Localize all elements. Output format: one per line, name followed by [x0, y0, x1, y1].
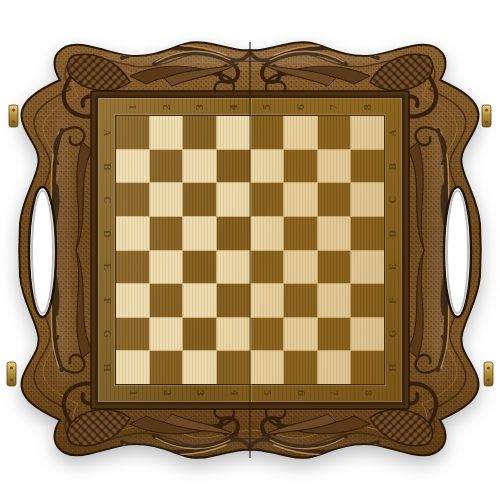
- square-H6: [284, 351, 317, 384]
- rank-labels-left: ABCDEFGH: [98, 116, 116, 384]
- square-A7: [318, 116, 351, 149]
- square-B8: [351, 150, 384, 183]
- square-B3: [183, 150, 216, 183]
- square-H2: [150, 351, 183, 384]
- square-G7: [318, 318, 351, 351]
- square-F5: [251, 284, 284, 317]
- brass-latch-right-lower: [484, 362, 493, 386]
- square-D8: [351, 217, 384, 250]
- square-C6: [284, 183, 317, 216]
- square-E7: [318, 251, 351, 284]
- square-H8: [351, 351, 384, 384]
- squares-grid: [116, 116, 384, 384]
- brass-latch-left-upper: [9, 105, 18, 127]
- square-A6: [284, 116, 317, 149]
- square-A4: [217, 116, 250, 149]
- square-C5: [251, 183, 284, 216]
- square-E3: [183, 251, 216, 284]
- square-C8: [351, 183, 384, 216]
- square-C7: [318, 183, 351, 216]
- square-A5: [251, 116, 284, 149]
- square-H5: [251, 351, 284, 384]
- square-G3: [183, 318, 216, 351]
- square-G5: [251, 318, 284, 351]
- square-E8: [351, 251, 384, 284]
- rank-labels-right: ABCDEFGH: [384, 116, 402, 384]
- square-B5: [251, 150, 284, 183]
- square-F6: [284, 284, 317, 317]
- product-photo: 12345678 12345678 ABCDEFGH ABCDEFGH: [0, 0, 500, 500]
- right-handle-cutout: [444, 187, 471, 317]
- square-A1: [116, 116, 149, 149]
- square-D6: [284, 217, 317, 250]
- square-D4: [217, 217, 250, 250]
- square-A8: [351, 116, 384, 149]
- square-D5: [251, 217, 284, 250]
- square-A3: [183, 116, 216, 149]
- square-D2: [150, 217, 183, 250]
- square-G4: [217, 318, 250, 351]
- square-B2: [150, 150, 183, 183]
- square-E1: [116, 251, 149, 284]
- chess-board: 12345678 12345678 ABCDEFGH ABCDEFGH: [97, 97, 403, 403]
- square-D1: [116, 217, 149, 250]
- left-handle-cutout: [29, 187, 56, 317]
- square-C4: [217, 183, 250, 216]
- square-C3: [183, 183, 216, 216]
- square-E6: [284, 251, 317, 284]
- square-F7: [318, 284, 351, 317]
- square-E4: [217, 251, 250, 284]
- brass-latch-left-lower: [7, 362, 16, 386]
- square-D3: [183, 217, 216, 250]
- square-D7: [318, 217, 351, 250]
- square-G1: [116, 318, 149, 351]
- square-E5: [251, 251, 284, 284]
- square-G6: [284, 318, 317, 351]
- file-labels-bottom: 12345678: [116, 384, 384, 402]
- brass-latch-right-upper: [482, 105, 491, 127]
- square-C1: [116, 183, 149, 216]
- square-F1: [116, 284, 149, 317]
- square-B6: [284, 150, 317, 183]
- square-H3: [183, 351, 216, 384]
- square-F3: [183, 284, 216, 317]
- square-H4: [217, 351, 250, 384]
- square-B1: [116, 150, 149, 183]
- square-H7: [318, 351, 351, 384]
- square-B7: [318, 150, 351, 183]
- square-B4: [217, 150, 250, 183]
- file-labels-top: 12345678: [116, 98, 384, 116]
- square-G8: [351, 318, 384, 351]
- square-F8: [351, 284, 384, 317]
- square-F4: [217, 284, 250, 317]
- square-H1: [116, 351, 149, 384]
- square-C2: [150, 183, 183, 216]
- square-G2: [150, 318, 183, 351]
- square-F2: [150, 284, 183, 317]
- square-A2: [150, 116, 183, 149]
- square-E2: [150, 251, 183, 284]
